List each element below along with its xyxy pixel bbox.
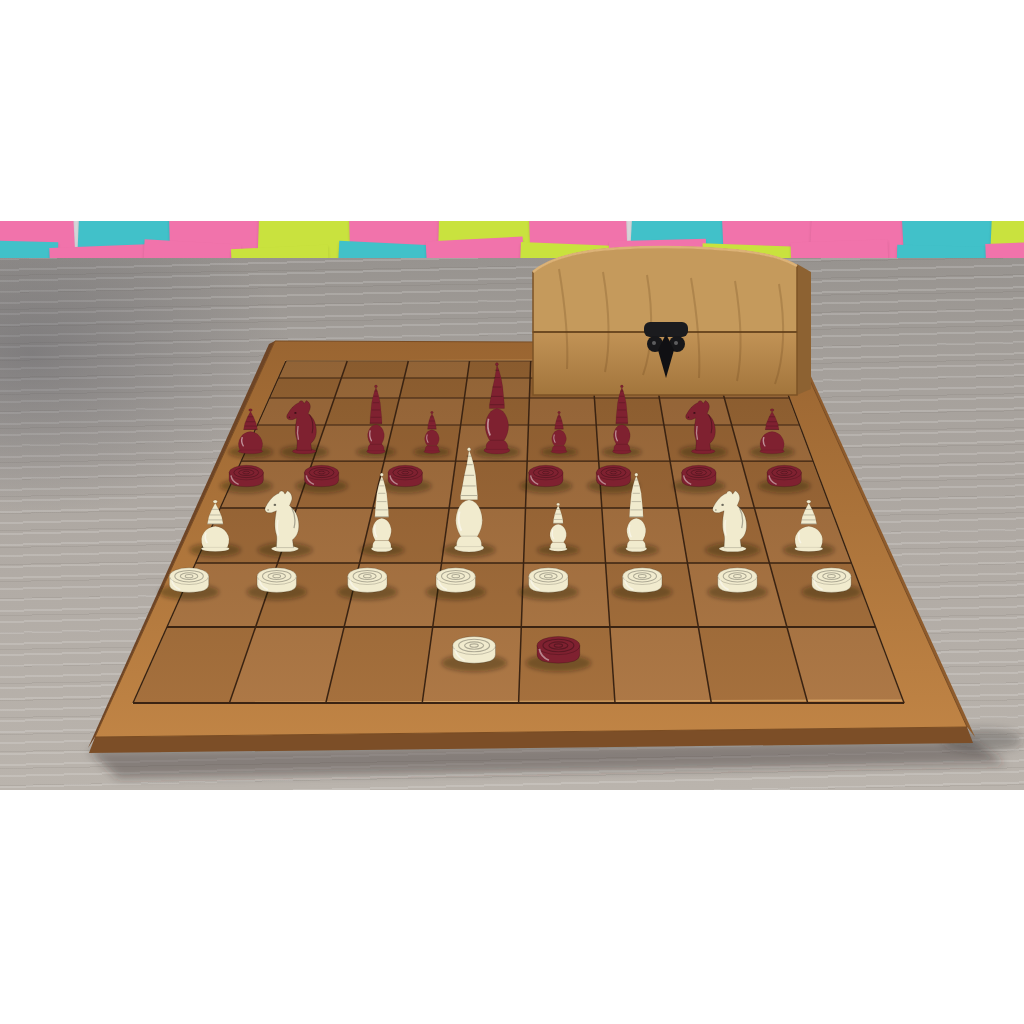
red-pawn-c4[interactable] [388, 465, 422, 486]
makruk-scene [0, 0, 1024, 1024]
square-c8[interactable] [404, 361, 469, 378]
square-f1[interactable] [610, 627, 712, 703]
square-c6[interactable] [393, 398, 465, 425]
white-pawn-g2[interactable] [718, 568, 757, 593]
square-c7[interactable] [399, 378, 467, 398]
red-pawn-f4[interactable] [596, 465, 630, 486]
red-pawn-e4[interactable] [529, 465, 563, 486]
white-pawn-f2[interactable] [623, 568, 662, 593]
square-b6[interactable] [325, 398, 399, 425]
red-pawn-e1[interactable] [537, 636, 580, 663]
white-pawn-e2[interactable] [529, 568, 568, 593]
square-d4[interactable] [449, 461, 527, 508]
white-pawn-a2[interactable] [169, 568, 208, 593]
square-a7[interactable] [269, 378, 341, 398]
white-pawn-d2[interactable] [436, 568, 475, 593]
red-pawn-b4[interactable] [304, 465, 338, 486]
wooden-storage-box[interactable] [533, 247, 811, 395]
square-b7[interactable] [334, 378, 404, 398]
red-pawn-g4[interactable] [682, 465, 716, 486]
white-pawn-c2[interactable] [348, 568, 387, 593]
white-pawn-b2[interactable] [257, 568, 296, 593]
product-photo-makruk-set [0, 0, 1024, 1024]
red-pawn-h4[interactable] [767, 465, 801, 486]
square-f6[interactable] [594, 398, 664, 425]
square-b8[interactable] [341, 361, 408, 378]
red-pawn-a4[interactable] [229, 465, 263, 486]
square-e6[interactable] [528, 398, 596, 425]
square-h6[interactable] [724, 398, 799, 425]
white-pawn-d1[interactable] [453, 636, 496, 663]
white-pawn-h2[interactable] [812, 568, 851, 593]
square-a8[interactable] [278, 361, 347, 378]
